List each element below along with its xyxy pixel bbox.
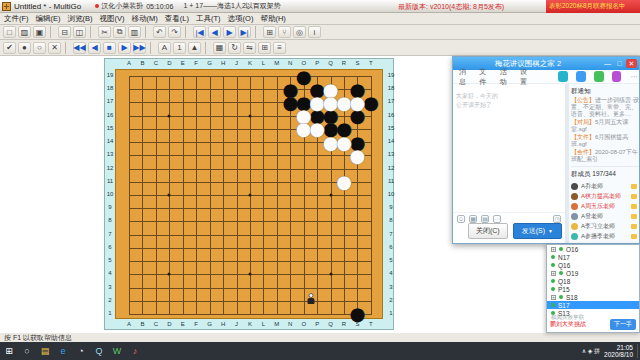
- coord-number: 5: [386, 257, 396, 264]
- coord-number: 10: [105, 191, 115, 198]
- member-badge-icon: [631, 214, 637, 219]
- member-row[interactable]: A乔老师: [571, 181, 639, 191]
- viewer-text: 1 + 17——海选1人2以百双架势: [183, 1, 280, 11]
- coord-number: 19: [386, 72, 396, 79]
- move-dot-icon: [559, 295, 563, 299]
- message-icon[interactable]: [576, 71, 586, 82]
- chat-close-button[interactable]: 关闭(C): [468, 223, 508, 239]
- coord-letter: J: [232, 60, 242, 67]
- member-row[interactable]: A周玉乐老师: [571, 201, 639, 211]
- toolbar-separator: [205, 42, 209, 54]
- coord-letter: J: [232, 321, 242, 328]
- menu-文件[interactable]: 文件(F): [4, 14, 29, 24]
- menu-移动[interactable]: 移动(M): [132, 14, 158, 24]
- move-dot-icon: [559, 247, 563, 251]
- white-stone-S13[interactable]: ●: [351, 149, 364, 162]
- coord-number: 13: [105, 151, 115, 158]
- member-badge-icon: [631, 184, 637, 189]
- coord-letter: H: [218, 321, 228, 328]
- coord-number: 10: [386, 191, 396, 198]
- coord-letter: R: [339, 60, 349, 67]
- members-count: 群成员 197/344: [571, 166, 639, 179]
- screenshare-icon[interactable]: [594, 71, 604, 82]
- move-dot-icon: [551, 263, 555, 267]
- goban[interactable]: ●●●●●●●●●●●●●●●●●●●●●●●●●●: [115, 69, 383, 319]
- coord-letter: Q: [326, 321, 336, 328]
- forward-icon[interactable]: ▶▶: [133, 42, 146, 54]
- notice-item[interactable]: 【对局】5月周五大课堂.sgf: [571, 119, 639, 133]
- grid-icon[interactable]: ⊞: [258, 42, 271, 54]
- member-name: A参播李老师: [581, 232, 628, 241]
- member-name: A棋力提高老师: [581, 192, 628, 201]
- coord-letter: C: [151, 321, 161, 328]
- chat-message: 大家好，今天的: [456, 92, 498, 101]
- grid-line: [277, 76, 278, 315]
- coord-letter: R: [339, 321, 349, 328]
- coord-letter: P: [312, 321, 322, 328]
- menu-浏览[interactable]: 浏览(B): [68, 14, 93, 24]
- coord-letter: F: [191, 60, 201, 67]
- grid-line: [129, 248, 372, 249]
- coord-number: 4: [386, 270, 396, 277]
- white-stone-P17[interactable]: ●: [311, 96, 324, 109]
- coord-letter: M: [272, 60, 282, 67]
- pass-icon[interactable]: ✔: [3, 42, 16, 54]
- grid-line: [129, 288, 372, 289]
- coord-number: 3: [386, 284, 396, 291]
- explorer-icon[interactable]: ▤: [37, 343, 53, 359]
- coord-number: 1: [105, 310, 115, 317]
- member-row[interactable]: A参播李老师: [571, 231, 639, 241]
- maximize-button[interactable]: □: [614, 59, 625, 68]
- sidebar-scrollbar[interactable]: [566, 84, 569, 243]
- coord-letter: O: [299, 321, 309, 328]
- move-dot-icon: [559, 271, 563, 275]
- notice-item[interactable]: 【会件】2020-08-07下午班配_索引: [571, 149, 639, 163]
- member-avatar: [571, 223, 578, 230]
- coord-letter: L: [258, 321, 268, 328]
- coord-letter: C: [151, 60, 161, 67]
- coord-number: 18: [386, 85, 396, 92]
- zoom-icon[interactable]: ◎: [293, 26, 306, 38]
- history-icon[interactable]: ◷: [553, 215, 561, 223]
- file-icon[interactable]: ▤: [481, 215, 489, 223]
- menu-编辑[interactable]: 编辑(E): [36, 14, 61, 24]
- move-item-S18[interactable]: +S18: [547, 293, 639, 301]
- play-icon[interactable]: ▶: [118, 42, 131, 54]
- member-name: A周玉乐老师: [581, 202, 628, 211]
- coord-number: 14: [105, 138, 115, 145]
- star-point: [329, 273, 332, 276]
- chrome-icon[interactable]: ◔: [73, 343, 89, 359]
- status-text: 按 F1 以获取帮助信息: [4, 333, 72, 343]
- multigo-app-icon: [2, 2, 11, 11]
- chat-sidebar: 群通知 【公告】进一步训练营·设置、不定期、常带、完、语音、资料社。更多…【对局…: [566, 84, 639, 243]
- coord-letter: S: [352, 321, 362, 328]
- cursor-body: [308, 298, 315, 304]
- move-item-O19[interactable]: +O19: [547, 269, 639, 277]
- mark-letter-icon[interactable]: A: [158, 42, 171, 54]
- member-row[interactable]: AZ3招安老师: [571, 241, 639, 243]
- grid-line: [129, 261, 372, 262]
- coord-number: 1: [386, 310, 396, 317]
- coord-number: 12: [105, 165, 115, 172]
- member-badge-icon: [631, 204, 637, 209]
- clock-time: 21:05: [604, 344, 633, 351]
- star-point: [248, 273, 251, 276]
- minimize-button[interactable]: —: [602, 59, 613, 68]
- star-point: [329, 193, 332, 196]
- white-stone-Q14[interactable]: ●: [324, 136, 337, 149]
- banner-text: 表彰2020杯8月联赛报名中: [549, 2, 626, 11]
- phone-icon[interactable]: [558, 71, 568, 82]
- last-move-icon[interactable]: ▶|: [238, 26, 251, 38]
- coord-number: 9: [105, 204, 115, 211]
- delete-icon[interactable]: ✕: [48, 42, 61, 54]
- wechat-icon[interactable]: W: [109, 343, 125, 359]
- coord-letter: G: [205, 321, 215, 328]
- coord-number: 12: [386, 165, 396, 172]
- save-icon[interactable]: ▣: [33, 26, 46, 38]
- coord-letter: O: [299, 60, 309, 67]
- move-item-S17[interactable]: S17: [547, 301, 639, 309]
- black-stone-N17[interactable]: ●: [284, 96, 297, 109]
- coord-number: 15: [386, 125, 396, 132]
- paste-icon[interactable]: ▥: [128, 26, 141, 38]
- coord-letter: K: [245, 321, 255, 328]
- coord-letter: H: [218, 60, 228, 67]
- white-stone-R11[interactable]: ●: [338, 175, 351, 188]
- member-row[interactable]: A李习立老师: [571, 221, 639, 231]
- grid-line: [129, 208, 372, 209]
- coord-number: 7: [386, 231, 396, 238]
- coord-number: 15: [105, 125, 115, 132]
- coord-number: 5: [105, 257, 115, 264]
- recording-dot-icon: [95, 4, 99, 8]
- coord-letter: A: [124, 60, 134, 67]
- print-icon[interactable]: ⊟: [58, 26, 71, 38]
- chat-message-pane[interactable]: 大家好，今天的 公开课开始了 ☺▦▤⋯◷ 关闭(C) 发送(S)▼: [453, 84, 566, 243]
- member-name: A乔老师: [581, 182, 628, 191]
- move-dot-icon: [551, 303, 555, 307]
- coord-number: 2: [105, 297, 115, 304]
- statusbar: 按 F1 以获取帮助信息: [0, 332, 640, 342]
- coord-number: 6: [105, 244, 115, 251]
- member-avatar: [571, 243, 578, 244]
- coord-number: 8: [386, 217, 396, 224]
- menu-查看[interactable]: 查看(L): [165, 14, 189, 24]
- first-move-icon[interactable]: |◀: [193, 26, 206, 38]
- invite-icon[interactable]: [612, 71, 622, 82]
- image-icon[interactable]: ▦: [469, 215, 477, 223]
- toolbar-separator: [185, 26, 189, 38]
- member-row[interactable]: A棋力提高老师: [571, 191, 639, 201]
- black-stone-icon[interactable]: ●: [18, 42, 31, 54]
- white-stone-S17[interactable]: ●: [351, 96, 364, 109]
- clock-date: 2020/8/10: [604, 351, 633, 358]
- rewind-icon[interactable]: ◀◀: [73, 42, 86, 54]
- next-move-button[interactable]: 下一手: [610, 319, 636, 330]
- more-icon[interactable]: ⋯: [493, 215, 501, 223]
- coord-letter: B: [137, 60, 147, 67]
- move-dot-icon: [551, 279, 555, 283]
- tree-icon[interactable]: ⑂: [278, 26, 291, 38]
- coord-letter: E: [178, 321, 188, 328]
- movelist-footer-red: 鹏刘大奖挑战: [550, 320, 586, 329]
- search-icon[interactable]: ○: [19, 343, 35, 359]
- recorder-time: 05:10:06: [146, 3, 173, 10]
- open-icon[interactable]: ▨: [18, 26, 31, 38]
- coord-number: 14: [386, 138, 396, 145]
- member-badge-icon: [631, 194, 637, 199]
- grid-line: [263, 76, 264, 315]
- goban-frame: ●●●●●●●●●●●●●●●●●●●●●●●●●● AABBCCDDEEFFG…: [104, 58, 394, 330]
- recorder-label: 汉化小菜装扮: [101, 1, 143, 11]
- member-name: A登老师: [581, 212, 628, 221]
- menu-帮助[interactable]: 帮助(H): [260, 14, 285, 24]
- white-stone-P15[interactable]: ●: [311, 122, 324, 135]
- notice-item[interactable]: 【文件】6月围棋提高班.sgf: [571, 134, 639, 148]
- coord-letter: N: [285, 321, 295, 328]
- board-icon[interactable]: ⊞: [263, 26, 276, 38]
- member-row[interactable]: A登老师: [571, 211, 639, 221]
- tree-expander-icon[interactable]: +: [551, 247, 556, 252]
- undo-icon[interactable]: ↶: [153, 26, 166, 38]
- notice-item[interactable]: 【公告】进一步训练营·设置、不定期、常带、完、语音、资料社。更多…: [571, 97, 639, 118]
- coord-number: 17: [386, 98, 396, 105]
- member-avatar: [571, 183, 578, 190]
- move-dot-icon: [551, 287, 555, 291]
- coord-letter: Q: [326, 60, 336, 67]
- move-item-Q16[interactable]: Q16: [547, 261, 639, 269]
- toolbar-separator: [90, 26, 94, 38]
- coord-number: 18: [105, 85, 115, 92]
- tray-icons[interactable]: ∧ ◈ 拼: [582, 347, 600, 356]
- coord-letter: M: [272, 321, 282, 328]
- tree-expander-icon[interactable]: +: [551, 271, 556, 276]
- board-cursor-icon: [308, 293, 315, 305]
- preview-icon[interactable]: ◫: [73, 26, 86, 38]
- coord-number: 9: [386, 204, 396, 211]
- coord-letter: K: [245, 60, 255, 67]
- edge-icon[interactable]: e: [55, 343, 71, 359]
- coord-number: 16: [386, 112, 396, 119]
- grid-line: [129, 301, 372, 302]
- system-tray: ∧ ◈ 拼 21:05 2020/8/10: [582, 342, 638, 360]
- black-stone-S1[interactable]: ●: [351, 307, 364, 320]
- white-stone-O15[interactable]: ●: [297, 122, 310, 135]
- member-avatar: [571, 203, 578, 210]
- coord-letter: S: [352, 60, 362, 67]
- menu-视图[interactable]: 视图(V): [100, 14, 125, 24]
- prev-move-icon[interactable]: ◀: [208, 26, 221, 38]
- taskbar-clock[interactable]: 21:05 2020/8/10: [604, 344, 638, 358]
- coord-letter: B: [137, 321, 147, 328]
- star-point: [168, 193, 171, 196]
- white-stone-icon[interactable]: ○: [33, 42, 46, 54]
- white-stone-Q17[interactable]: ●: [324, 96, 337, 109]
- screen: Untitled * - MultiGo 汉化小菜装扮 05:10:06 1 +…: [0, 0, 640, 360]
- info-icon[interactable]: i: [308, 26, 321, 38]
- member-avatar: [571, 193, 578, 200]
- start-icon[interactable]: ⊞: [1, 343, 17, 359]
- chat-tab-row: 消息文件活动设置⋯: [453, 70, 639, 84]
- white-stone-R14[interactable]: ●: [338, 136, 351, 149]
- coord-letter: G: [205, 60, 215, 67]
- tree-expander-icon[interactable]: +: [551, 295, 556, 300]
- menu-选项[interactable]: 选项(O): [228, 14, 254, 24]
- window-title: Untitled * - MultiGo: [14, 2, 81, 11]
- back-icon[interactable]: ◀: [88, 42, 101, 54]
- toolbar-separator: [50, 26, 54, 38]
- member-name: A李习立老师: [581, 222, 628, 231]
- coord-letter: T: [366, 321, 376, 328]
- coord-number: 17: [105, 98, 115, 105]
- toolbar-main: □▨▣⊟◫✂⧉▥↶↷|◀◀▶▶|⊞⑂◎i: [0, 25, 640, 40]
- black-stone-O19[interactable]: ●: [297, 70, 310, 83]
- toolbar-separator: [150, 42, 154, 54]
- member-name: AZ3招安老师: [581, 242, 628, 244]
- grid-line: [129, 235, 372, 236]
- coord-letter: T: [366, 60, 376, 67]
- move-item-P15[interactable]: P15: [547, 285, 639, 293]
- toolbar-edit: ✔●○✕◀◀◀■▶▶▶A1▲▦↻⇋⊞≡: [0, 40, 640, 56]
- coord-number: 7: [105, 231, 115, 238]
- member-badge-icon: [631, 224, 637, 229]
- flip-icon[interactable]: ⇋: [243, 42, 256, 54]
- mark-number-icon[interactable]: 1: [173, 42, 186, 54]
- coord-letter: L: [258, 60, 268, 67]
- new-icon[interactable]: □: [3, 26, 16, 38]
- chat-message: 公开课开始了: [456, 101, 492, 110]
- coord-letter: A: [124, 321, 134, 328]
- move-list-window: +O16N17Q16+O19Q18P15+S18S17S13 棋阅兴致掌联 鹏刘…: [546, 244, 640, 333]
- coord-number: 16: [105, 112, 115, 119]
- copy-icon[interactable]: ⧉: [113, 26, 126, 38]
- coord-number: 11: [105, 178, 115, 185]
- taskbar: ⊞○▤e◔QW♪ ∧ ◈ 拼 21:05 2020/8/10: [0, 342, 640, 360]
- coord-letter: P: [312, 60, 322, 67]
- grid-line: [129, 314, 372, 315]
- rotate-icon[interactable]: ↻: [228, 42, 241, 54]
- star-point: [168, 114, 171, 117]
- coord-letter: N: [285, 60, 295, 67]
- cut-icon[interactable]: ✂: [98, 26, 111, 38]
- coord-number: 2: [386, 297, 396, 304]
- stop-icon[interactable]: ■: [103, 42, 116, 54]
- redo-icon[interactable]: ↷: [168, 26, 181, 38]
- black-stone-T17[interactable]: ●: [364, 96, 377, 109]
- multigo-titlebar: Untitled * - MultiGo 汉化小菜装扮 05:10:06 1 +…: [0, 0, 640, 13]
- coord-number: 11: [386, 178, 396, 185]
- more-icon[interactable]: ⋯: [629, 71, 639, 82]
- move-dot-icon: [551, 255, 555, 259]
- qq-icon[interactable]: Q: [91, 343, 107, 359]
- member-avatar: [571, 233, 578, 240]
- options-icon[interactable]: ≡: [273, 42, 286, 54]
- next-move-icon[interactable]: ▶: [223, 26, 236, 38]
- toolbar-separator: [255, 26, 259, 38]
- music-icon[interactable]: ♪: [127, 343, 143, 359]
- chat-window: 梅花讲议围棋之家 2 — □ ✕ 消息文件活动设置⋯ 大家好，今天的 公开课开始…: [452, 56, 640, 244]
- toolbar-separator: [65, 42, 69, 54]
- coord-number: 19: [105, 72, 115, 79]
- menu-工具[interactable]: 工具(T): [196, 14, 221, 24]
- member-avatar: [571, 213, 578, 220]
- toolbar-separator: [145, 26, 149, 38]
- coord-number: 3: [105, 284, 115, 291]
- coord-number: 6: [386, 244, 396, 251]
- move-item-O16[interactable]: +O16: [547, 245, 639, 253]
- coord-letter: F: [191, 321, 201, 328]
- star-point: [248, 114, 251, 117]
- coord-number: 4: [105, 270, 115, 277]
- send-dropdown-icon[interactable]: ▼: [548, 228, 553, 234]
- version-notice: 最新版本: v2010(4态期; 8月5发布): [398, 2, 504, 12]
- move-item-Q18[interactable]: Q18: [547, 277, 639, 285]
- coord-letter: D: [164, 60, 174, 67]
- coord-number: 13: [386, 151, 396, 158]
- white-stone-R17[interactable]: ●: [338, 96, 351, 109]
- coord-letter: D: [164, 321, 174, 328]
- emoji-icon[interactable]: ☺: [457, 215, 465, 223]
- star-point: [248, 193, 251, 196]
- member-badge-icon: [631, 234, 637, 239]
- chat-send-button[interactable]: 发送(S)▼: [513, 223, 562, 239]
- coord-letter: E: [178, 60, 188, 67]
- star-point: [168, 273, 171, 276]
- coord-number: 8: [105, 217, 115, 224]
- setup-icon[interactable]: ▦: [213, 42, 226, 54]
- notice-header: 群通知: [571, 87, 639, 96]
- move-item-N17[interactable]: N17: [547, 253, 639, 261]
- close-button[interactable]: ✕: [626, 59, 637, 68]
- mark-triangle-icon[interactable]: ▲: [188, 42, 201, 54]
- promo-banner[interactable]: 表彰2020杯8月联赛报名中: [546, 0, 640, 13]
- menubar: 文件(F)编辑(E)浏览(B)视图(V)移动(M)查看(L)工具(T)选项(O)…: [0, 13, 640, 25]
- grid-line: [129, 221, 372, 222]
